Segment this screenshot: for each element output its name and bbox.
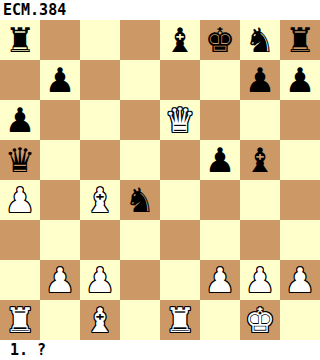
- piece-black-pawn: ♟: [45, 60, 75, 100]
- square-b1[interactable]: [40, 300, 80, 340]
- square-a2[interactable]: [0, 260, 40, 300]
- square-g5[interactable]: ♝: [240, 140, 280, 180]
- square-h5[interactable]: [280, 140, 320, 180]
- square-h3[interactable]: [280, 220, 320, 260]
- square-e1[interactable]: ♜: [160, 300, 200, 340]
- piece-black-bishop: ♝: [165, 20, 195, 60]
- square-g8[interactable]: ♞: [240, 20, 280, 60]
- square-f8[interactable]: ♚: [200, 20, 240, 60]
- piece-black-pawn: ♟: [205, 140, 235, 180]
- square-a4[interactable]: ♟: [0, 180, 40, 220]
- piece-white-pawn: ♟: [5, 180, 35, 220]
- square-a7[interactable]: [0, 60, 40, 100]
- square-d3[interactable]: [120, 220, 160, 260]
- square-e6[interactable]: ♛: [160, 100, 200, 140]
- piece-white-rook: ♜: [165, 300, 195, 340]
- piece-black-rook: ♜: [285, 20, 315, 60]
- square-f2[interactable]: ♟: [200, 260, 240, 300]
- square-c7[interactable]: [80, 60, 120, 100]
- square-d6[interactable]: [120, 100, 160, 140]
- square-b5[interactable]: [40, 140, 80, 180]
- square-g1[interactable]: ♚: [240, 300, 280, 340]
- square-c5[interactable]: [80, 140, 120, 180]
- square-g6[interactable]: [240, 100, 280, 140]
- square-h4[interactable]: [280, 180, 320, 220]
- square-a1[interactable]: ♜: [0, 300, 40, 340]
- square-a3[interactable]: [0, 220, 40, 260]
- piece-black-knight: ♞: [125, 180, 155, 220]
- piece-white-pawn: ♟: [205, 260, 235, 300]
- puzzle-title: ECM.384: [0, 0, 66, 20]
- square-f7[interactable]: [200, 60, 240, 100]
- square-c3[interactable]: [80, 220, 120, 260]
- square-a6[interactable]: ♟: [0, 100, 40, 140]
- square-e4[interactable]: [160, 180, 200, 220]
- move-prompt: 1. ?: [0, 340, 46, 360]
- square-a8[interactable]: ♜: [0, 20, 40, 60]
- piece-black-rook: ♜: [5, 20, 35, 60]
- square-f3[interactable]: [200, 220, 240, 260]
- piece-black-pawn: ♟: [285, 60, 315, 100]
- square-c1[interactable]: ♝: [80, 300, 120, 340]
- square-h1[interactable]: [280, 300, 320, 340]
- piece-white-queen: ♛: [165, 100, 195, 140]
- piece-white-bishop: ♝: [85, 300, 115, 340]
- square-f4[interactable]: [200, 180, 240, 220]
- square-f6[interactable]: [200, 100, 240, 140]
- square-e3[interactable]: [160, 220, 200, 260]
- square-e7[interactable]: [160, 60, 200, 100]
- piece-white-bishop: ♝: [85, 180, 115, 220]
- square-c8[interactable]: [80, 20, 120, 60]
- square-b7[interactable]: ♟: [40, 60, 80, 100]
- square-h6[interactable]: [280, 100, 320, 140]
- square-b6[interactable]: [40, 100, 80, 140]
- square-g4[interactable]: [240, 180, 280, 220]
- square-d8[interactable]: [120, 20, 160, 60]
- square-f5[interactable]: ♟: [200, 140, 240, 180]
- square-b4[interactable]: [40, 180, 80, 220]
- square-f1[interactable]: [200, 300, 240, 340]
- square-d5[interactable]: [120, 140, 160, 180]
- square-e2[interactable]: [160, 260, 200, 300]
- square-h7[interactable]: ♟: [280, 60, 320, 100]
- piece-white-rook: ♜: [5, 300, 35, 340]
- square-c6[interactable]: [80, 100, 120, 140]
- piece-white-pawn: ♟: [245, 260, 275, 300]
- piece-white-king: ♚: [245, 300, 275, 340]
- square-b8[interactable]: [40, 20, 80, 60]
- square-c2[interactable]: ♟: [80, 260, 120, 300]
- square-h8[interactable]: ♜: [280, 20, 320, 60]
- square-g3[interactable]: [240, 220, 280, 260]
- piece-black-king: ♚: [205, 20, 235, 60]
- piece-black-bishop: ♝: [245, 140, 275, 180]
- header: ECM.384: [0, 0, 320, 20]
- square-b2[interactable]: ♟: [40, 260, 80, 300]
- square-d1[interactable]: [120, 300, 160, 340]
- square-a5[interactable]: ♛: [0, 140, 40, 180]
- piece-white-pawn: ♟: [85, 260, 115, 300]
- piece-white-pawn: ♟: [45, 260, 75, 300]
- square-h2[interactable]: ♟: [280, 260, 320, 300]
- footer: 1. ?: [0, 340, 320, 360]
- square-d7[interactable]: [120, 60, 160, 100]
- square-e5[interactable]: [160, 140, 200, 180]
- piece-black-queen: ♛: [5, 140, 35, 180]
- piece-black-pawn: ♟: [245, 60, 275, 100]
- piece-white-pawn: ♟: [285, 260, 315, 300]
- square-d2[interactable]: [120, 260, 160, 300]
- piece-black-knight: ♞: [245, 20, 275, 60]
- square-d4[interactable]: ♞: [120, 180, 160, 220]
- square-g2[interactable]: ♟: [240, 260, 280, 300]
- square-c4[interactable]: ♝: [80, 180, 120, 220]
- square-e8[interactable]: ♝: [160, 20, 200, 60]
- square-g7[interactable]: ♟: [240, 60, 280, 100]
- square-b3[interactable]: [40, 220, 80, 260]
- chess-board: ♜♝♚♞♜♟♟♟♟♛♛♟♝♟♝♞♟♟♟♟♟♜♝♜♚: [0, 20, 320, 340]
- piece-black-pawn: ♟: [5, 100, 35, 140]
